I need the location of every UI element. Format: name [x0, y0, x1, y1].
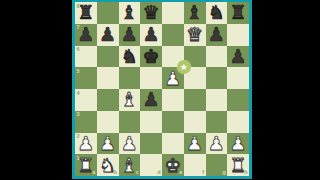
black-pawn[interactable]: ♟	[143, 90, 160, 109]
rank-label: 4	[77, 91, 80, 97]
square-h7[interactable]	[227, 24, 249, 46]
white-pawn[interactable]: ♟	[208, 133, 225, 152]
square-h2[interactable]: ♟	[227, 133, 249, 155]
square-e2[interactable]	[162, 133, 184, 155]
white-knight[interactable]: ♞	[99, 155, 116, 174]
black-queen[interactable]: ♛	[143, 3, 160, 22]
square-d2[interactable]	[140, 133, 162, 155]
square-d5[interactable]	[140, 67, 162, 89]
black-pawn[interactable]: ♟	[77, 25, 94, 44]
black-knight[interactable]: ♞	[208, 3, 225, 22]
square-c1[interactable]: ♝c	[119, 154, 141, 176]
black-pawn[interactable]: ♟	[99, 25, 116, 44]
square-f4[interactable]	[184, 89, 206, 111]
square-a1[interactable]: ♜1a	[75, 154, 97, 176]
black-pawn[interactable]: ♟	[143, 25, 160, 44]
square-h5[interactable]	[227, 67, 249, 89]
square-g6[interactable]	[206, 46, 228, 68]
square-d1[interactable]: d	[140, 154, 162, 176]
square-c6[interactable]: ♞	[119, 46, 141, 68]
best-move-badge: ★	[177, 60, 191, 74]
square-a4[interactable]: 4	[75, 89, 97, 111]
square-d6[interactable]: ♚	[140, 46, 162, 68]
black-pawn[interactable]: ♟	[121, 25, 138, 44]
file-label: f	[202, 170, 204, 176]
square-e3[interactable]	[162, 111, 184, 133]
square-c2[interactable]: ♟	[119, 133, 141, 155]
square-f2[interactable]: ♟	[184, 133, 206, 155]
square-f7[interactable]: ♛	[184, 24, 206, 46]
rank-label: 3	[77, 112, 80, 118]
square-e4[interactable]	[162, 89, 184, 111]
square-g3[interactable]	[206, 111, 228, 133]
white-pawn[interactable]: ♟	[230, 133, 247, 152]
square-h8[interactable]: ♜	[227, 2, 249, 24]
black-pawn[interactable]: ♟	[208, 25, 225, 44]
square-e8[interactable]	[162, 2, 184, 24]
square-b7[interactable]: ♟	[97, 24, 119, 46]
board-frame: ♜8♝♛♝♞♜♟7♟♟♟♛♟6♞♚♟5♟4♝♟3♟2♟♟♟♟♟♜1a♞b♝cd♚…	[72, 0, 252, 179]
square-a6[interactable]: 6	[75, 46, 97, 68]
square-c7[interactable]: ♟	[119, 24, 141, 46]
rank-label: 5	[77, 69, 80, 75]
square-e1[interactable]: ♚e	[162, 154, 184, 176]
black-rook[interactable]: ♜	[230, 3, 247, 22]
square-b8[interactable]	[97, 2, 119, 24]
square-c5[interactable]	[119, 67, 141, 89]
square-e7[interactable]	[162, 24, 184, 46]
square-b1[interactable]: ♞b	[97, 154, 119, 176]
square-d4[interactable]: ♟	[140, 89, 162, 111]
file-label: d	[157, 170, 160, 176]
square-f3[interactable]	[184, 111, 206, 133]
black-king[interactable]: ♚	[143, 46, 160, 65]
square-g5[interactable]	[206, 67, 228, 89]
square-b4[interactable]	[97, 89, 119, 111]
square-b3[interactable]	[97, 111, 119, 133]
file-label: g	[222, 170, 225, 176]
square-h1[interactable]: ♜h	[227, 154, 249, 176]
square-h4[interactable]	[227, 89, 249, 111]
black-rook[interactable]: ♜	[77, 3, 94, 22]
square-d8[interactable]: ♛	[140, 2, 162, 24]
square-b6[interactable]	[97, 46, 119, 68]
white-bishop[interactable]: ♝	[121, 155, 138, 174]
square-a2[interactable]: ♟2	[75, 133, 97, 155]
board: ♜8♝♛♝♞♜♟7♟♟♟♛♟6♞♚♟5♟4♝♟3♟2♟♟♟♟♟♜1a♞b♝cd♚…	[75, 2, 249, 176]
square-g2[interactable]: ♟	[206, 133, 228, 155]
square-g4[interactable]	[206, 89, 228, 111]
square-f1[interactable]: f	[184, 154, 206, 176]
white-pawn[interactable]: ♟	[121, 133, 138, 152]
white-king[interactable]: ♚	[164, 155, 181, 174]
letterbox-right	[252, 0, 320, 180]
white-pawn[interactable]: ♟	[186, 133, 203, 152]
square-a3[interactable]: 3	[75, 111, 97, 133]
black-bishop[interactable]: ♝	[186, 3, 203, 22]
white-rook[interactable]: ♜	[77, 155, 94, 174]
white-rook[interactable]: ♜	[230, 155, 247, 174]
white-bishop[interactable]: ♝	[121, 90, 138, 109]
square-c3[interactable]	[119, 111, 141, 133]
square-g1[interactable]: g	[206, 154, 228, 176]
square-f8[interactable]: ♝	[184, 2, 206, 24]
white-queen[interactable]: ♛	[186, 25, 203, 44]
letterbox-left	[0, 0, 72, 180]
square-b2[interactable]: ♟	[97, 133, 119, 155]
square-h6[interactable]: ♟	[227, 46, 249, 68]
black-knight[interactable]: ♞	[121, 46, 138, 65]
square-c4[interactable]: ♝	[119, 89, 141, 111]
square-h3[interactable]	[227, 111, 249, 133]
black-bishop[interactable]: ♝	[121, 3, 138, 22]
star-icon: ★	[180, 62, 188, 71]
square-g8[interactable]: ♞	[206, 2, 228, 24]
square-b5[interactable]	[97, 67, 119, 89]
white-pawn[interactable]: ♟	[99, 133, 116, 152]
square-g7[interactable]: ♟	[206, 24, 228, 46]
square-d7[interactable]: ♟	[140, 24, 162, 46]
square-c8[interactable]: ♝	[119, 2, 141, 24]
black-pawn[interactable]: ♟	[230, 46, 247, 65]
white-pawn[interactable]: ♟	[77, 133, 94, 152]
square-a8[interactable]: ♜8	[75, 2, 97, 24]
square-a7[interactable]: ♟7	[75, 24, 97, 46]
rank-label: 6	[77, 47, 80, 53]
square-d3[interactable]	[140, 111, 162, 133]
square-a5[interactable]: 5	[75, 67, 97, 89]
